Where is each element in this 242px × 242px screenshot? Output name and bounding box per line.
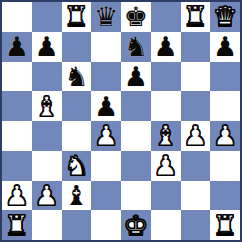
square-g5[interactable]	[181, 91, 211, 121]
white-bishop-icon[interactable]: ♝	[154, 122, 178, 149]
black-pawn-icon[interactable]: ♟	[154, 33, 178, 60]
square-h4[interactable]: ♟	[210, 121, 240, 151]
square-b4[interactable]	[32, 121, 62, 151]
square-a6[interactable]	[2, 62, 32, 92]
square-f2[interactable]	[151, 181, 181, 211]
square-e6[interactable]: ♟	[121, 62, 151, 92]
square-g3[interactable]	[181, 151, 211, 181]
white-knight-icon[interactable]: ♞	[64, 152, 88, 179]
square-e8[interactable]: ♚	[121, 2, 151, 32]
square-g1[interactable]	[181, 210, 211, 240]
square-h8[interactable]: ♛	[210, 2, 240, 32]
square-h3[interactable]	[210, 151, 240, 181]
square-h5[interactable]	[210, 91, 240, 121]
square-e2[interactable]	[121, 181, 151, 211]
square-d6[interactable]	[91, 62, 121, 92]
square-e1[interactable]: ♚	[121, 210, 151, 240]
square-f4[interactable]: ♝	[151, 121, 181, 151]
white-rook-icon[interactable]: ♜	[5, 212, 29, 239]
square-d5[interactable]: ♟	[91, 91, 121, 121]
square-g4[interactable]: ♟	[181, 121, 211, 151]
square-h2[interactable]	[210, 181, 240, 211]
square-h6[interactable]	[210, 62, 240, 92]
square-e5[interactable]	[121, 91, 151, 121]
square-h1[interactable]: ♜	[210, 210, 240, 240]
square-b1[interactable]	[32, 210, 62, 240]
square-d8[interactable]: ♛	[91, 2, 121, 32]
square-e7[interactable]: ♞	[121, 32, 151, 62]
square-g2[interactable]	[181, 181, 211, 211]
square-d4[interactable]: ♟	[91, 121, 121, 151]
square-e3[interactable]	[121, 151, 151, 181]
black-pawn-icon[interactable]: ♟	[124, 63, 148, 90]
black-pawn-icon[interactable]: ♟	[5, 33, 29, 60]
white-rook-icon[interactable]: ♜	[213, 212, 237, 239]
square-c3[interactable]: ♞	[62, 151, 92, 181]
square-d7[interactable]	[91, 32, 121, 62]
square-b6[interactable]	[32, 62, 62, 92]
square-b8[interactable]	[32, 2, 62, 32]
white-pawn-icon[interactable]: ♟	[94, 122, 118, 149]
square-f5[interactable]	[151, 91, 181, 121]
square-d2[interactable]	[91, 181, 121, 211]
black-pawn-icon[interactable]: ♟	[35, 33, 59, 60]
square-f8[interactable]	[151, 2, 181, 32]
white-bishop-icon[interactable]: ♝	[35, 93, 59, 120]
square-f6[interactable]	[151, 62, 181, 92]
black-pawn-icon[interactable]: ♟	[94, 93, 118, 120]
black-knight-icon[interactable]: ♞	[64, 63, 88, 90]
square-c1[interactable]	[62, 210, 92, 240]
white-pawn-icon[interactable]: ♟	[5, 182, 29, 209]
black-bishop-icon[interactable]: ♝	[64, 182, 88, 209]
square-a5[interactable]	[2, 91, 32, 121]
square-c6[interactable]: ♞	[62, 62, 92, 92]
square-b5[interactable]: ♝	[32, 91, 62, 121]
square-a7[interactable]: ♟	[2, 32, 32, 62]
square-f7[interactable]: ♟	[151, 32, 181, 62]
black-knight-icon[interactable]: ♞	[124, 33, 148, 60]
white-rook-icon[interactable]: ♜	[183, 3, 207, 30]
square-b7[interactable]: ♟	[32, 32, 62, 62]
black-king-icon[interactable]: ♚	[124, 3, 148, 30]
white-pawn-icon[interactable]: ♟	[183, 122, 207, 149]
square-c2[interactable]: ♝	[62, 181, 92, 211]
white-pawn-icon[interactable]: ♟	[35, 182, 59, 209]
square-b3[interactable]	[32, 151, 62, 181]
square-h7[interactable]: ♟	[210, 32, 240, 62]
square-g7[interactable]	[181, 32, 211, 62]
square-c4[interactable]	[62, 121, 92, 151]
square-d3[interactable]	[91, 151, 121, 181]
white-pawn-icon[interactable]: ♟	[154, 152, 178, 179]
white-rook-icon[interactable]: ♜	[64, 3, 88, 30]
square-c8[interactable]: ♜	[62, 2, 92, 32]
square-a2[interactable]: ♟	[2, 181, 32, 211]
black-queen-icon[interactable]: ♛	[94, 3, 118, 30]
square-c5[interactable]	[62, 91, 92, 121]
square-a1[interactable]: ♜	[2, 210, 32, 240]
square-a3[interactable]	[2, 151, 32, 181]
white-pawn-icon[interactable]: ♟	[213, 122, 237, 149]
square-f1[interactable]	[151, 210, 181, 240]
square-b2[interactable]: ♟	[32, 181, 62, 211]
white-king-icon[interactable]: ♚	[124, 212, 148, 239]
square-e4[interactable]	[121, 121, 151, 151]
square-c7[interactable]	[62, 32, 92, 62]
chessboard: ♜♛♚♜♛♟♟♞♟♟♞♟♝♟♟♝♟♟♞♟♟♟♝♜♚♜	[0, 0, 242, 242]
square-g6[interactable]	[181, 62, 211, 92]
white-queen-icon[interactable]: ♛	[213, 3, 237, 30]
black-pawn-icon[interactable]: ♟	[213, 33, 237, 60]
square-d1[interactable]	[91, 210, 121, 240]
square-a4[interactable]	[2, 121, 32, 151]
square-g8[interactable]: ♜	[181, 2, 211, 32]
square-a8[interactable]	[2, 2, 32, 32]
square-f3[interactable]: ♟	[151, 151, 181, 181]
